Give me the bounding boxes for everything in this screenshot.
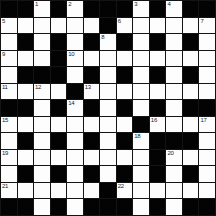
white-cell-r3c7[interactable] (117, 51, 133, 67)
white-cell-r9c3[interactable] (51, 150, 67, 166)
white-cell-r1c12[interactable]: 7 (199, 18, 215, 34)
white-cell-r9c8[interactable] (133, 150, 149, 166)
black-cell-r6c9 (150, 100, 166, 116)
white-cell-r7c5[interactable] (84, 117, 100, 133)
white-cell-r11c12[interactable] (199, 183, 215, 199)
white-cell-r9c5[interactable] (84, 150, 100, 166)
black-cell-r8c7 (117, 133, 133, 149)
white-cell-r4c6[interactable] (100, 67, 116, 83)
white-cell-r7c4[interactable] (67, 117, 83, 133)
white-cell-r6c8[interactable] (133, 100, 149, 116)
white-cell-r5c8[interactable] (133, 84, 149, 100)
white-cell-r4c8[interactable] (133, 67, 149, 83)
white-cell-r5c0[interactable]: 11 (1, 84, 17, 100)
black-cell-r5c4 (67, 84, 83, 100)
white-cell-r10c8[interactable] (133, 166, 149, 182)
black-cell-r4c3 (51, 67, 67, 83)
white-cell-r3c5[interactable] (84, 51, 100, 67)
white-cell-r7c6[interactable] (100, 117, 116, 133)
white-cell-r8c4[interactable] (67, 133, 83, 149)
white-cell-r7c2[interactable] (34, 117, 50, 133)
white-cell-r8c8[interactable]: 18 (133, 133, 149, 149)
black-cell-r12c12 (199, 199, 215, 215)
clue-number-2: 2 (68, 1, 71, 8)
white-cell-r8c2[interactable] (34, 133, 50, 149)
white-cell-r5c10[interactable] (166, 84, 182, 100)
black-cell-r2c7 (117, 34, 133, 50)
black-cell-r0c11 (183, 1, 199, 17)
white-cell-r4c4[interactable] (67, 67, 83, 83)
white-cell-r11c0[interactable]: 21 (1, 183, 17, 199)
white-cell-r7c9[interactable]: 16 (150, 117, 166, 133)
white-cell-r7c3[interactable] (51, 117, 67, 133)
clue-number-16: 16 (151, 117, 157, 124)
clue-number-14: 14 (68, 100, 74, 107)
crossword-page: 12345678910111213141516171819202122 (0, 0, 216, 216)
white-cell-r2c12[interactable] (199, 34, 215, 50)
white-cell-r7c7[interactable] (117, 117, 133, 133)
clue-number-10: 10 (68, 51, 74, 58)
white-cell-r1c1[interactable] (18, 18, 34, 34)
white-cell-r11c5[interactable] (84, 183, 100, 199)
black-cell-r4c1 (18, 67, 34, 83)
white-cell-r3c8[interactable] (133, 51, 149, 67)
white-cell-r2c2[interactable] (34, 34, 50, 50)
black-cell-r10c3 (51, 166, 67, 182)
clue-number-11: 11 (2, 84, 8, 91)
white-cell-r1c0[interactable]: 5 (1, 18, 17, 34)
white-cell-r3c12[interactable] (199, 51, 215, 67)
black-cell-r10c5 (84, 166, 100, 182)
white-cell-r9c10[interactable]: 20 (166, 150, 182, 166)
white-cell-r9c2[interactable] (34, 150, 50, 166)
white-cell-r2c4[interactable] (67, 34, 83, 50)
white-cell-r6c6[interactable] (100, 100, 116, 116)
white-cell-r5c7[interactable] (117, 84, 133, 100)
white-cell-r7c0[interactable]: 15 (1, 117, 17, 133)
white-cell-r5c11[interactable] (183, 84, 199, 100)
white-cell-r1c2[interactable] (34, 18, 50, 34)
white-cell-r2c0[interactable] (1, 34, 17, 50)
black-cell-r0c1 (18, 1, 34, 17)
black-cell-r8c5 (84, 133, 100, 149)
black-cell-r9c9 (150, 150, 166, 166)
clue-number-12: 12 (35, 84, 41, 91)
white-cell-r1c8[interactable] (133, 18, 149, 34)
black-cell-r0c7 (117, 1, 133, 17)
white-cell-r4c10[interactable] (166, 67, 182, 83)
crossword-grid: 12345678910111213141516171819202122 (0, 0, 216, 216)
white-cell-r0c10[interactable]: 4 (166, 1, 182, 17)
white-cell-r11c1[interactable] (18, 183, 34, 199)
black-cell-r4c11 (183, 67, 199, 83)
clue-number-9: 9 (2, 51, 5, 58)
black-cell-r6c0 (1, 100, 17, 116)
white-cell-r12c10[interactable] (166, 199, 182, 215)
white-cell-r1c7[interactable]: 6 (117, 18, 133, 34)
white-cell-r0c8[interactable]: 3 (133, 1, 149, 17)
black-cell-r0c3 (51, 1, 67, 17)
white-cell-r1c9[interactable] (150, 18, 166, 34)
white-cell-r4c12[interactable] (199, 67, 215, 83)
black-cell-r6c7 (117, 100, 133, 116)
black-cell-r12c6 (100, 199, 116, 215)
black-cell-r12c0 (1, 199, 17, 215)
white-cell-r6c2[interactable] (34, 100, 50, 116)
clue-number-15: 15 (2, 117, 8, 124)
white-cell-r3c1[interactable] (18, 51, 34, 67)
white-cell-r1c4[interactable] (67, 18, 83, 34)
black-cell-r6c1 (18, 100, 34, 116)
white-cell-r2c10[interactable] (166, 34, 182, 50)
white-cell-r12c4[interactable] (67, 199, 83, 215)
white-cell-r5c9[interactable] (150, 84, 166, 100)
clue-number-22: 22 (118, 183, 124, 190)
white-cell-r5c12[interactable] (199, 84, 215, 100)
black-cell-r0c6 (100, 1, 116, 17)
white-cell-r9c6[interactable] (100, 150, 116, 166)
white-cell-r3c6[interactable] (100, 51, 116, 67)
black-cell-r6c3 (51, 100, 67, 116)
white-cell-r5c1[interactable] (18, 84, 34, 100)
white-cell-r2c8[interactable] (133, 34, 149, 50)
black-cell-r1c6 (100, 18, 116, 34)
black-cell-r2c3 (51, 34, 67, 50)
white-cell-r11c10[interactable] (166, 183, 182, 199)
white-cell-r9c1[interactable] (18, 150, 34, 166)
white-cell-r7c10[interactable] (166, 117, 182, 133)
black-cell-r2c1 (18, 34, 34, 50)
white-cell-r11c4[interactable] (67, 183, 83, 199)
black-cell-r8c10 (166, 133, 182, 149)
white-cell-r7c12[interactable]: 17 (199, 117, 215, 133)
white-cell-r3c2[interactable] (34, 51, 50, 67)
clue-number-4: 4 (167, 1, 170, 8)
white-cell-r10c4[interactable] (67, 166, 83, 182)
clue-number-18: 18 (134, 133, 140, 140)
white-cell-r3c11[interactable] (183, 51, 199, 67)
white-cell-r11c3[interactable] (51, 183, 67, 199)
clue-number-6: 6 (118, 18, 121, 25)
clue-number-20: 20 (167, 150, 173, 157)
white-cell-r1c10[interactable] (166, 18, 182, 34)
white-cell-r10c12[interactable] (199, 166, 215, 182)
clue-number-5: 5 (2, 18, 5, 25)
white-cell-r12c2[interactable] (34, 199, 50, 215)
black-cell-r4c5 (84, 67, 100, 83)
white-cell-r5c3[interactable] (51, 84, 67, 100)
black-cell-r11c6 (100, 183, 116, 199)
white-cell-r1c3[interactable] (51, 18, 67, 34)
white-cell-r5c5[interactable]: 13 (84, 84, 100, 100)
black-cell-r6c5 (84, 100, 100, 116)
white-cell-r3c10[interactable] (166, 51, 182, 67)
black-cell-r10c1 (18, 166, 34, 182)
white-cell-r10c6[interactable] (100, 166, 116, 182)
black-cell-r0c5 (84, 1, 100, 17)
clue-number-19: 19 (2, 150, 8, 157)
black-cell-r8c3 (51, 133, 67, 149)
white-cell-r9c7[interactable] (117, 150, 133, 166)
white-cell-r1c5[interactable] (84, 18, 100, 34)
white-cell-r5c2[interactable]: 12 (34, 84, 50, 100)
white-cell-r9c11[interactable] (183, 150, 199, 166)
white-cell-r3c0[interactable]: 9 (1, 51, 17, 67)
white-cell-r11c8[interactable] (133, 183, 149, 199)
clue-number-1: 1 (35, 1, 38, 8)
black-cell-r10c9 (150, 166, 166, 182)
black-cell-r12c5 (84, 199, 100, 215)
black-cell-r8c11 (183, 133, 199, 149)
black-cell-r12c7 (117, 199, 133, 215)
white-cell-r12c8[interactable] (133, 199, 149, 215)
black-cell-r0c9 (150, 1, 166, 17)
white-cell-r10c0[interactable] (1, 166, 17, 182)
white-cell-r1c11[interactable] (183, 18, 199, 34)
black-cell-r6c12 (199, 100, 215, 116)
white-cell-r8c12[interactable] (199, 133, 215, 149)
black-cell-r0c0 (1, 1, 17, 17)
black-cell-r2c11 (183, 34, 199, 50)
black-cell-r7c8 (133, 117, 149, 133)
black-cell-r4c2 (34, 67, 50, 83)
white-cell-r3c9[interactable] (150, 51, 166, 67)
white-cell-r7c11[interactable] (183, 117, 199, 133)
white-cell-r10c10[interactable] (166, 166, 182, 182)
black-cell-r0c12 (199, 1, 215, 17)
black-cell-r8c1 (18, 133, 34, 149)
black-cell-r4c7 (117, 67, 133, 83)
white-cell-r10c2[interactable] (34, 166, 50, 182)
black-cell-r12c11 (183, 199, 199, 215)
white-cell-r2c6[interactable]: 8 (100, 34, 116, 50)
black-cell-r4c9 (150, 67, 166, 83)
white-cell-r6c4[interactable]: 14 (67, 100, 83, 116)
white-cell-r9c4[interactable] (67, 150, 83, 166)
black-cell-r2c9 (150, 34, 166, 50)
clue-number-17: 17 (200, 117, 206, 124)
white-cell-r7c1[interactable] (18, 117, 34, 133)
clue-number-3: 3 (134, 1, 137, 8)
black-cell-r3c3 (51, 51, 67, 67)
black-cell-r6c11 (183, 100, 199, 116)
clue-number-7: 7 (200, 18, 203, 25)
white-cell-r8c6[interactable] (100, 133, 116, 149)
clue-number-21: 21 (2, 183, 8, 190)
black-cell-r12c3 (51, 199, 67, 215)
white-cell-r0c2[interactable]: 1 (34, 1, 50, 17)
black-cell-r8c9 (150, 133, 166, 149)
black-cell-r12c1 (18, 199, 34, 215)
white-cell-r3c4[interactable]: 10 (67, 51, 83, 67)
white-cell-r11c2[interactable] (34, 183, 50, 199)
white-cell-r9c12[interactable] (199, 150, 215, 166)
white-cell-r11c7[interactable]: 22 (117, 183, 133, 199)
black-cell-r2c5 (84, 34, 100, 50)
black-cell-r10c7 (117, 166, 133, 182)
white-cell-r4c0[interactable] (1, 67, 17, 83)
clue-number-13: 13 (85, 84, 91, 91)
white-cell-r11c11[interactable] (183, 183, 199, 199)
white-cell-r11c9[interactable] (150, 183, 166, 199)
black-cell-r12c9 (150, 199, 166, 215)
white-cell-r5c6[interactable] (100, 84, 116, 100)
white-cell-r6c10[interactable] (166, 100, 182, 116)
black-cell-r10c11 (183, 166, 199, 182)
white-cell-r8c0[interactable] (1, 133, 17, 149)
white-cell-r0c4[interactable]: 2 (67, 1, 83, 17)
clue-number-8: 8 (101, 34, 104, 41)
white-cell-r9c0[interactable]: 19 (1, 150, 17, 166)
